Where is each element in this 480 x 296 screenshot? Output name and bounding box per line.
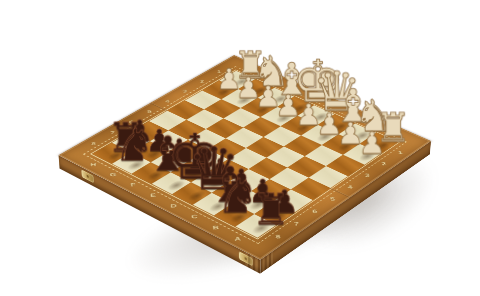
file-label-g: G — [106, 171, 118, 178]
rank-label-far-1: 1 — [213, 69, 225, 75]
rank-label-far-4: 4 — [161, 98, 173, 104]
product-photo: ♜♟♟♜♞♟♟♞♝♟♟♝♚♟♟♚♛♟♟♛♝♟♟♝♞♟♟♞♜♟♟♜ HGFEDCB… — [0, 0, 480, 296]
chess-board-box: ♜♟♟♜♞♟♟♞♝♟♟♝♚♟♟♚♛♟♟♛♝♟♟♝♞♟♟♞♜♟♟♜ HGFEDCB… — [59, 55, 431, 260]
file-label-far-f: F — [286, 84, 298, 90]
file-label-e: E — [146, 191, 159, 199]
file-label-far-d: D — [326, 102, 339, 108]
rank-label-1: 1 — [393, 149, 407, 156]
piece-white-pawn: ♟ — [359, 128, 386, 158]
rank-label-far-3: 3 — [179, 88, 191, 94]
file-label-far-a: A — [388, 129, 401, 136]
rank-label-6: 6 — [308, 207, 322, 215]
rank-label-5: 5 — [325, 195, 339, 203]
file-label-a: A — [230, 234, 244, 242]
rank-label-3: 3 — [360, 172, 374, 179]
piece-black-rook: ♜ — [252, 188, 281, 231]
file-label-d: D — [167, 202, 180, 210]
file-label-c: C — [188, 212, 201, 220]
rank-label-8: 8 — [271, 233, 285, 241]
file-label-far-g: G — [267, 76, 279, 82]
rank-label-far-2: 2 — [196, 78, 208, 84]
rank-label-7: 7 — [289, 220, 303, 228]
file-label-far-h: H — [248, 67, 260, 73]
board-top-surface: ♜♟♟♜♞♟♟♞♝♟♟♝♚♟♟♚♛♟♟♛♝♟♟♝♞♟♟♞♜♟♟♜ HGFEDCB… — [59, 55, 431, 260]
rank-label-far-5: 5 — [143, 108, 155, 115]
rank-label-4: 4 — [343, 183, 357, 190]
square-a4 — [309, 166, 348, 188]
scene: ♜♟♟♜♞♟♟♞♝♟♟♝♚♟♟♚♛♟♟♛♝♟♟♝♞♟♟♞♜♟♟♜ HGFEDCB… — [0, 0, 480, 296]
rank-label-far-8: 8 — [87, 140, 99, 147]
playing-area: ♜♟♟♜♞♟♟♞♝♟♟♝♚♟♟♚♛♟♟♛♝♟♟♝♞♟♟♞♜♟♟♜ — [93, 71, 398, 238]
file-label-h: H — [87, 161, 99, 168]
file-label-b: B — [209, 223, 223, 231]
file-label-f: F — [126, 181, 139, 188]
rank-label-2: 2 — [377, 160, 391, 167]
file-label-far-e: E — [306, 93, 319, 99]
